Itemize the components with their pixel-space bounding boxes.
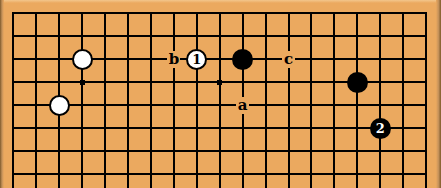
board-point[interactable] — [415, 71, 438, 94]
white-stone — [72, 49, 93, 70]
board-point[interactable] — [277, 25, 300, 48]
board-point[interactable] — [254, 71, 277, 94]
board-point[interactable] — [277, 2, 300, 25]
board-point[interactable] — [392, 25, 415, 48]
board-cut-edge — [415, 185, 438, 188]
board-point[interactable] — [48, 25, 71, 48]
board-point[interactable] — [2, 71, 25, 94]
board-point[interactable] — [25, 117, 48, 140]
board-point[interactable] — [208, 117, 231, 140]
board-cut-edge — [185, 185, 208, 188]
board-point[interactable] — [277, 162, 300, 185]
board-cut-edge — [48, 185, 71, 188]
board-point[interactable] — [117, 117, 140, 140]
board-point[interactable] — [369, 25, 392, 48]
board-point[interactable] — [300, 2, 323, 25]
board-point[interactable] — [2, 162, 25, 185]
board-point[interactable] — [208, 48, 231, 71]
board-point[interactable] — [140, 2, 163, 25]
black-stone-move-2: 2 — [370, 118, 391, 139]
go-board-diagram: b1ca2 — [0, 0, 441, 188]
board-point[interactable] — [94, 140, 117, 163]
board-point[interactable] — [140, 48, 163, 71]
board-point[interactable] — [369, 162, 392, 185]
board-point[interactable] — [71, 140, 94, 163]
board-point[interactable] — [185, 162, 208, 185]
board-point[interactable] — [94, 71, 117, 94]
board-point[interactable] — [231, 25, 254, 48]
board-point[interactable] — [369, 2, 392, 25]
board-point[interactable] — [71, 71, 94, 94]
board-point[interactable] — [140, 94, 163, 117]
board-point[interactable] — [415, 48, 438, 71]
board-frame-left — [0, 0, 4, 188]
board-point[interactable] — [117, 94, 140, 117]
board-point[interactable] — [2, 94, 25, 117]
board-point[interactable] — [117, 140, 140, 163]
board-point[interactable] — [208, 2, 231, 25]
hoshi-dot — [80, 80, 85, 85]
board-point[interactable] — [392, 94, 415, 117]
board-point[interactable] — [208, 94, 231, 117]
board-point[interactable] — [323, 25, 346, 48]
board-point[interactable] — [25, 162, 48, 185]
board-point[interactable] — [323, 94, 346, 117]
board-point[interactable] — [94, 2, 117, 25]
board-point[interactable] — [48, 94, 71, 117]
board-point[interactable] — [117, 71, 140, 94]
board-point[interactable] — [185, 94, 208, 117]
letter-mark-b: b — [167, 51, 180, 68]
board-point[interactable] — [300, 140, 323, 163]
board-cut-edge — [254, 185, 277, 188]
board-point[interactable] — [185, 117, 208, 140]
board-point[interactable] — [48, 2, 71, 25]
board-point[interactable] — [71, 94, 94, 117]
board-point[interactable] — [94, 162, 117, 185]
board-frame-top — [0, 0, 441, 3]
board-cut-edge — [94, 185, 117, 188]
board-point[interactable] — [2, 140, 25, 163]
board-point[interactable] — [117, 2, 140, 25]
board-cut-edge — [2, 185, 25, 188]
board-point[interactable] — [300, 162, 323, 185]
board-cut-edge — [300, 185, 323, 188]
board-point[interactable] — [277, 71, 300, 94]
board-point[interactable] — [277, 94, 300, 117]
board-point[interactable] — [25, 48, 48, 71]
board-point[interactable] — [48, 117, 71, 140]
board-point[interactable] — [25, 94, 48, 117]
board-point[interactable] — [415, 162, 438, 185]
board-point[interactable] — [71, 162, 94, 185]
board-point[interactable] — [300, 71, 323, 94]
board-point[interactable] — [208, 25, 231, 48]
letter-mark-c: c — [282, 51, 295, 68]
board-point[interactable] — [162, 117, 185, 140]
board-point[interactable] — [415, 94, 438, 117]
board-point[interactable] — [162, 2, 185, 25]
board-point[interactable] — [71, 117, 94, 140]
board-point[interactable] — [300, 48, 323, 71]
board-point[interactable] — [140, 71, 163, 94]
board-point[interactable] — [323, 71, 346, 94]
board-point[interactable] — [415, 140, 438, 163]
board-point[interactable] — [369, 94, 392, 117]
board-point[interactable] — [2, 2, 25, 25]
board-point[interactable] — [231, 48, 254, 71]
board-point[interactable] — [346, 140, 369, 163]
go-grid: b1ca2 — [2, 2, 438, 188]
board-point[interactable]: b — [162, 48, 185, 71]
black-stone — [347, 72, 368, 93]
board-point[interactable] — [254, 117, 277, 140]
board-point[interactable] — [25, 2, 48, 25]
board-point[interactable] — [94, 25, 117, 48]
board-point[interactable] — [392, 162, 415, 185]
board-cut-edge — [25, 185, 48, 188]
board-cut-edge — [277, 185, 300, 188]
board-point[interactable] — [71, 48, 94, 71]
board-point[interactable] — [117, 162, 140, 185]
board-point[interactable] — [94, 94, 117, 117]
board-point[interactable] — [346, 71, 369, 94]
hoshi-dot — [217, 80, 222, 85]
white-stone-move-1: 1 — [186, 49, 207, 70]
board-point[interactable] — [48, 140, 71, 163]
board-cut-edge — [323, 185, 346, 188]
board-point[interactable] — [369, 48, 392, 71]
board-cut-edge — [71, 185, 94, 188]
board-point[interactable] — [277, 117, 300, 140]
board-point[interactable] — [300, 25, 323, 48]
board-point[interactable]: 1 — [185, 48, 208, 71]
board-point[interactable]: c — [277, 48, 300, 71]
board-point[interactable] — [323, 48, 346, 71]
board-point[interactable] — [48, 48, 71, 71]
board-point[interactable] — [140, 162, 163, 185]
board-point[interactable] — [369, 140, 392, 163]
board-point[interactable] — [117, 25, 140, 48]
board-point[interactable] — [162, 25, 185, 48]
board-point[interactable] — [415, 117, 438, 140]
board-point[interactable] — [231, 71, 254, 94]
board-point[interactable] — [300, 94, 323, 117]
board-point[interactable] — [71, 2, 94, 25]
board-cut-edge — [231, 185, 254, 188]
board-point[interactable] — [254, 48, 277, 71]
board-point[interactable] — [2, 48, 25, 71]
board-cut-edge — [346, 185, 369, 188]
board-point[interactable] — [140, 117, 163, 140]
board-point[interactable] — [392, 117, 415, 140]
white-stone — [49, 95, 70, 116]
board-point[interactable] — [415, 25, 438, 48]
board-point[interactable] — [346, 94, 369, 117]
board-point[interactable] — [185, 2, 208, 25]
board-point[interactable] — [346, 117, 369, 140]
board-cut-edge — [140, 185, 163, 188]
board-point[interactable] — [392, 2, 415, 25]
board-point[interactable] — [162, 71, 185, 94]
board-point[interactable] — [415, 2, 438, 25]
board-point[interactable] — [25, 25, 48, 48]
board-point[interactable] — [208, 140, 231, 163]
board-point[interactable] — [392, 48, 415, 71]
board-point[interactable] — [162, 162, 185, 185]
board-point[interactable] — [48, 71, 71, 94]
board-point[interactable] — [185, 140, 208, 163]
board-point[interactable]: a — [231, 94, 254, 117]
board-point[interactable] — [392, 140, 415, 163]
board-point[interactable] — [48, 162, 71, 185]
board-cut-edge — [392, 185, 415, 188]
board-frame-right — [436, 0, 441, 188]
board-point[interactable] — [231, 2, 254, 25]
board-point[interactable] — [323, 2, 346, 25]
board-point[interactable] — [254, 2, 277, 25]
board-point[interactable] — [25, 140, 48, 163]
board-point[interactable] — [71, 25, 94, 48]
board-point[interactable] — [185, 71, 208, 94]
board-point[interactable] — [2, 117, 25, 140]
board-point[interactable] — [323, 140, 346, 163]
board-point[interactable] — [231, 140, 254, 163]
board-point[interactable]: 2 — [369, 117, 392, 140]
board-point[interactable] — [94, 117, 117, 140]
board-point[interactable] — [162, 140, 185, 163]
board-cut-edge — [208, 185, 231, 188]
board-point[interactable] — [94, 48, 117, 71]
board-point[interactable] — [231, 162, 254, 185]
board-point[interactable] — [254, 162, 277, 185]
letter-mark-a: a — [236, 97, 249, 114]
board-point[interactable] — [323, 162, 346, 185]
board-cut-edge — [369, 185, 392, 188]
board-point[interactable] — [277, 140, 300, 163]
board-point[interactable] — [392, 71, 415, 94]
board-point[interactable] — [346, 48, 369, 71]
board-point[interactable] — [162, 94, 185, 117]
board-point[interactable] — [346, 25, 369, 48]
board-point[interactable] — [208, 162, 231, 185]
board-point[interactable] — [254, 94, 277, 117]
board-point[interactable] — [208, 71, 231, 94]
black-stone — [232, 49, 253, 70]
board-point[interactable] — [140, 140, 163, 163]
board-cut-edge — [117, 185, 140, 188]
board-point[interactable] — [346, 2, 369, 25]
board-point[interactable] — [185, 25, 208, 48]
board-point[interactable] — [2, 25, 25, 48]
board-point[interactable] — [254, 25, 277, 48]
board-point[interactable] — [25, 71, 48, 94]
board-point[interactable] — [231, 117, 254, 140]
board-point[interactable] — [117, 48, 140, 71]
board-point[interactable] — [369, 71, 392, 94]
board-point[interactable] — [254, 140, 277, 163]
board-point[interactable] — [300, 117, 323, 140]
board-point[interactable] — [140, 25, 163, 48]
board-cut-edge — [162, 185, 185, 188]
board-point[interactable] — [323, 117, 346, 140]
board-point[interactable] — [346, 162, 369, 185]
